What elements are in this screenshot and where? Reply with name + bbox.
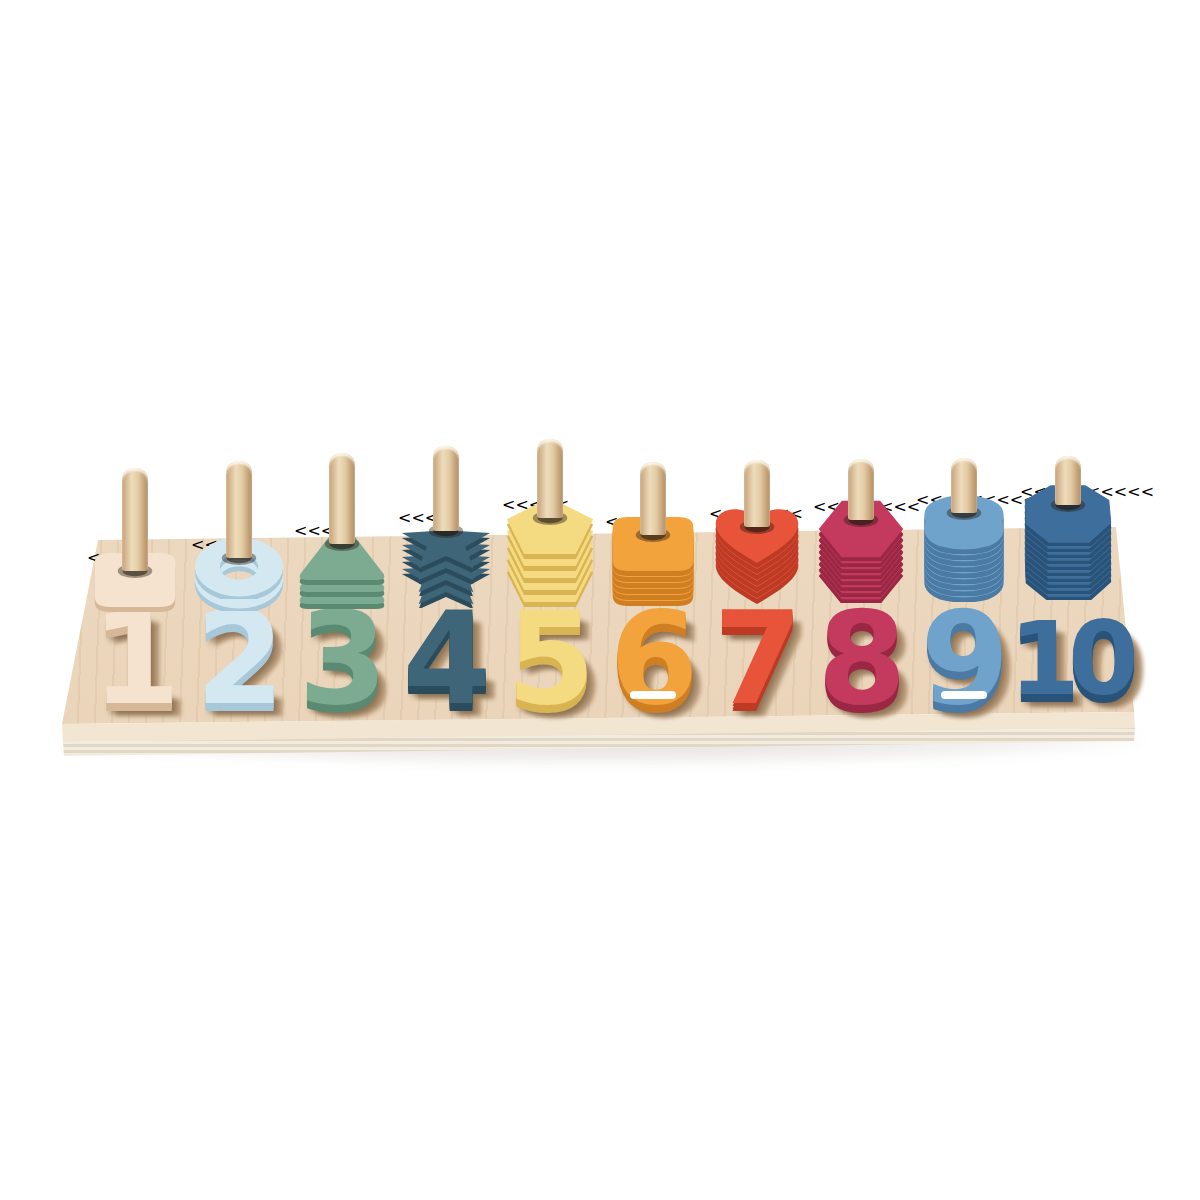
peg-7 <box>744 460 770 527</box>
peg-8 <box>848 459 874 520</box>
peg-6 <box>640 462 666 535</box>
number-cell-10: 1010 <box>1002 594 1134 744</box>
peg-5 <box>537 439 563 518</box>
peg-2 <box>226 461 252 558</box>
orientation-dash-9 <box>941 691 987 699</box>
orientation-dash-6 <box>630 691 676 699</box>
peg-9 <box>951 458 977 513</box>
peg-4 <box>433 446 459 531</box>
peg-1 <box>122 468 148 571</box>
product-photo: <11<<22<<<33<<<<44<<<<<55<<<<<<66<<<<<<<… <box>0 0 1200 1200</box>
peg-3 <box>329 453 355 544</box>
peg-10 <box>1055 456 1081 505</box>
number-piece-10[interactable]: 10 <box>1002 594 1134 725</box>
